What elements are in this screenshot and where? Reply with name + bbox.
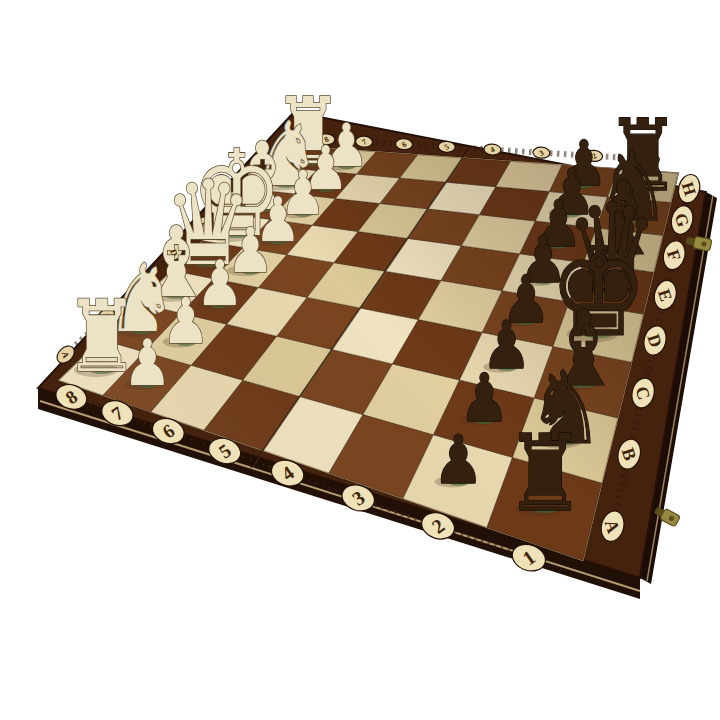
chess-board: 87654321ABCDEFGH87654321ABCDEFGH♜♟♞♟♟♜♝♟… (0, 0, 720, 720)
product-photo: 87654321ABCDEFGH87654321ABCDEFGH♜♟♞♟♟♜♝♟… (0, 0, 720, 720)
piece-white-pawn-a7: ♟ (123, 326, 172, 400)
piece-black-rook-a1: ♜ (505, 412, 586, 535)
piece-black-pawn-a2: ♟ (433, 420, 484, 499)
